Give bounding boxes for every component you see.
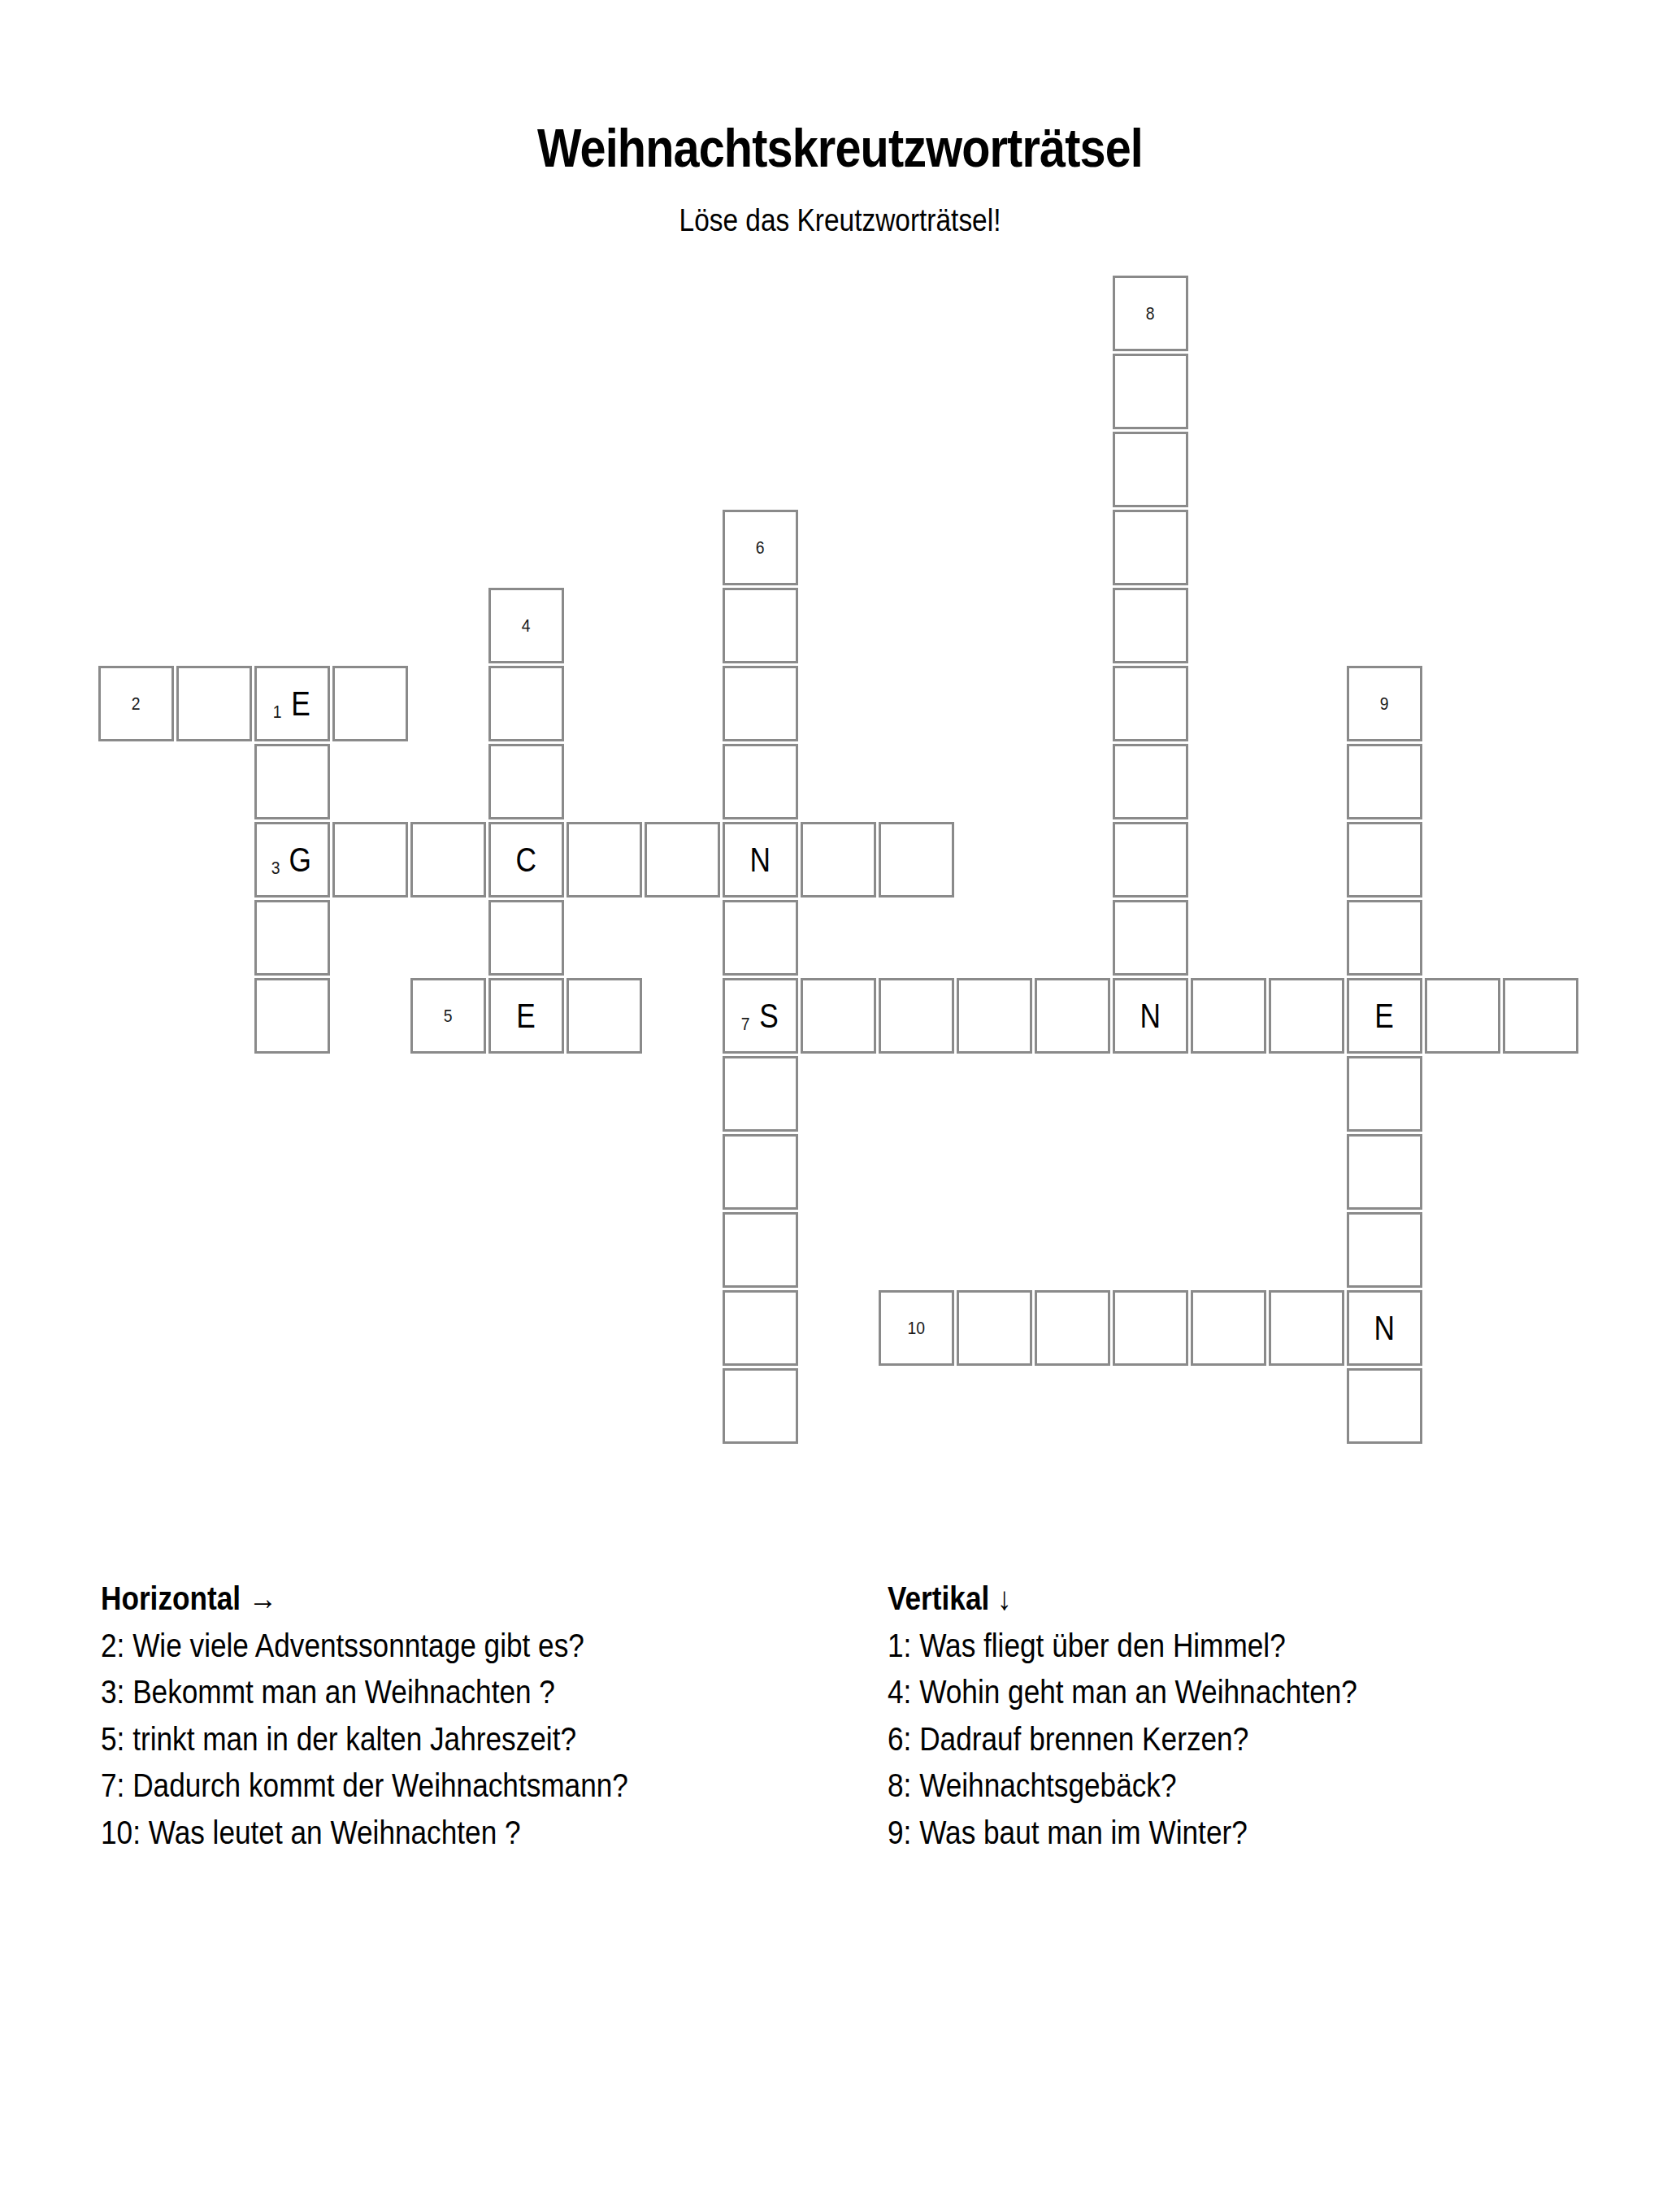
grid-cell[interactable] xyxy=(645,822,720,898)
grid-cell[interactable] xyxy=(723,1212,798,1288)
grid-cell[interactable] xyxy=(1113,822,1188,898)
clue-across-10: 10: Was leutet an Weihnachten ? xyxy=(101,1810,773,1857)
grid-cell[interactable]: E xyxy=(1347,978,1422,1054)
clue-down-6: 6: Dadrauf brennen Kerzen? xyxy=(888,1716,1560,1763)
page-title: Weihnachtskreutzworträtsel xyxy=(118,120,1563,175)
grid-cell[interactable] xyxy=(879,978,954,1054)
page-subtitle: Löse das Kreutzworträtsel! xyxy=(101,205,1579,236)
worksheet-page: Weihnachtskreutzworträtsel Löse das Kreu… xyxy=(0,0,1680,2195)
grid-cell[interactable] xyxy=(1035,1290,1110,1366)
grid-cell[interactable] xyxy=(1113,432,1188,507)
grid-cell[interactable]: 9 xyxy=(1347,666,1422,741)
grid-cell[interactable] xyxy=(1347,744,1422,819)
grid-cell[interactable] xyxy=(1113,588,1188,663)
clue-number: 10 xyxy=(908,1319,926,1337)
grid-cell[interactable] xyxy=(1347,1056,1422,1132)
cell-letter: E xyxy=(517,999,536,1033)
grid-cell[interactable] xyxy=(723,1056,798,1132)
grid-cell[interactable] xyxy=(723,1368,798,1444)
grid-cell[interactable] xyxy=(723,1134,798,1210)
grid-cell[interactable] xyxy=(332,822,408,898)
grid-cell[interactable] xyxy=(1035,978,1110,1054)
cell-letter: E xyxy=(1375,999,1395,1033)
down-heading: Vertikal ↓ xyxy=(888,1576,1560,1623)
cell-letter: S xyxy=(759,999,779,1033)
clue-number: 1 xyxy=(273,703,282,721)
clue-across-2: 2: Wie viele Adventssonntage gibt es? xyxy=(101,1623,773,1670)
grid-cell[interactable] xyxy=(1503,978,1578,1054)
cell-letter: N xyxy=(1374,1311,1395,1345)
clue-down-9: 9: Was baut man im Winter? xyxy=(888,1810,1560,1857)
grid-cell[interactable] xyxy=(332,666,408,741)
grid-cell[interactable] xyxy=(1113,666,1188,741)
clue-number: 6 xyxy=(756,539,765,557)
clue-across-3: 3: Bekommt man an Weihnachten ? xyxy=(101,1669,773,1716)
across-clues: Horizontal → 2: Wie viele Adventssonntag… xyxy=(101,1576,865,1857)
grid-cell[interactable]: N xyxy=(1347,1290,1422,1366)
grid-cell[interactable] xyxy=(723,588,798,663)
grid-cell[interactable] xyxy=(1347,822,1422,898)
grid-cell[interactable] xyxy=(1347,1134,1422,1210)
grid-cell[interactable] xyxy=(1113,510,1188,585)
grid-cell[interactable]: 6 xyxy=(723,510,798,585)
grid-cell[interactable] xyxy=(801,822,876,898)
grid-cell[interactable] xyxy=(801,978,876,1054)
grid-cell[interactable] xyxy=(723,744,798,819)
cell-letter: E xyxy=(291,687,310,721)
grid-cell[interactable] xyxy=(1347,1212,1422,1288)
grid-cell[interactable] xyxy=(957,978,1032,1054)
grid-cell[interactable]: 4 xyxy=(488,588,564,663)
grid-cell[interactable] xyxy=(1425,978,1500,1054)
grid-cell[interactable] xyxy=(1113,354,1188,429)
grid-cell[interactable]: 8 xyxy=(1113,276,1188,351)
grid-cell[interactable]: 3G xyxy=(254,822,330,898)
across-heading: Horizontal → xyxy=(101,1576,773,1623)
grid-cell[interactable]: E xyxy=(488,978,564,1054)
clue-number: 7 xyxy=(741,1015,750,1033)
grid-cell[interactable] xyxy=(1269,978,1344,1054)
grid-cell[interactable]: N xyxy=(723,822,798,898)
clue-number: 9 xyxy=(1380,695,1389,713)
cell-letter: G xyxy=(289,843,311,877)
grid-cell[interactable] xyxy=(567,978,642,1054)
grid-cell[interactable]: 5 xyxy=(410,978,486,1054)
grid-cell[interactable] xyxy=(254,900,330,976)
grid-cell[interactable] xyxy=(957,1290,1032,1366)
grid-cell[interactable]: C xyxy=(488,822,564,898)
grid-cell[interactable] xyxy=(1191,1290,1266,1366)
grid-cell[interactable]: 1E xyxy=(254,666,330,741)
grid-cell[interactable] xyxy=(879,822,954,898)
grid-cell[interactable] xyxy=(1113,744,1188,819)
clue-number: 2 xyxy=(132,695,141,713)
clue-number: 3 xyxy=(271,859,280,877)
grid-cell[interactable] xyxy=(1347,900,1422,976)
clue-number: 4 xyxy=(522,617,531,635)
clue-down-8: 8: Weihnachtsgebäck? xyxy=(888,1763,1560,1810)
grid-cell[interactable] xyxy=(723,1290,798,1366)
grid-cell[interactable] xyxy=(723,666,798,741)
cell-letter: C xyxy=(516,843,536,877)
clue-across-5: 5: trinkt man in der kalten Jahreszeit? xyxy=(101,1716,773,1763)
grid-cell[interactable] xyxy=(410,822,486,898)
clue-down-4: 4: Wohin geht man an Weihnachten? xyxy=(888,1669,1560,1716)
grid-cell[interactable] xyxy=(488,744,564,819)
grid-cell[interactable] xyxy=(1347,1368,1422,1444)
grid-cell[interactable] xyxy=(1269,1290,1344,1366)
clue-number: 5 xyxy=(444,1007,453,1025)
grid-cell[interactable] xyxy=(1191,978,1266,1054)
grid-cell[interactable]: 2 xyxy=(98,666,174,741)
grid-cell[interactable] xyxy=(254,744,330,819)
grid-cell[interactable] xyxy=(723,900,798,976)
clue-across-7: 7: Dadurch kommt der Weihnachtsmann? xyxy=(101,1763,773,1810)
grid-cell[interactable] xyxy=(254,978,330,1054)
grid-cell[interactable]: 10 xyxy=(879,1290,954,1366)
grid-cell[interactable] xyxy=(488,666,564,741)
down-clues: Vertikal ↓ 1: Was fliegt über den Himmel… xyxy=(888,1576,1652,1857)
grid-cell[interactable] xyxy=(1113,900,1188,976)
clue-down-1: 1: Was fliegt über den Himmel? xyxy=(888,1623,1560,1670)
grid-cell[interactable] xyxy=(488,900,564,976)
grid-cell[interactable]: 7S xyxy=(723,978,798,1054)
cell-letter: N xyxy=(750,843,771,877)
grid-cell[interactable]: N xyxy=(1113,978,1188,1054)
grid-cell[interactable] xyxy=(1113,1290,1188,1366)
grid-cell[interactable] xyxy=(176,666,252,741)
grid-cell[interactable] xyxy=(567,822,642,898)
cell-letter: N xyxy=(1140,999,1161,1033)
clue-number: 8 xyxy=(1146,305,1155,323)
